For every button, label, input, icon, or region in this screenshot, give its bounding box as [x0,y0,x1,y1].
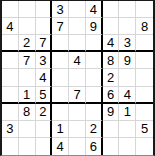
cell-r2c6[interactable]: 9 [86,18,103,35]
cell-r2c2[interactable] [19,18,36,35]
cell-r9c7[interactable] [103,138,120,155]
cell-r4c5[interactable]: 4 [69,52,86,69]
cell-r9c6[interactable]: 6 [86,138,103,155]
cell-r3c5[interactable] [69,35,86,52]
cell-r5c1[interactable] [2,69,19,86]
cell-r1c8[interactable] [119,1,136,18]
cell-r7c6[interactable] [86,104,103,121]
cell-r9c2[interactable] [19,138,36,155]
cell-r9c4[interactable]: 4 [52,138,69,155]
cell-r3c2[interactable]: 2 [19,35,36,52]
cell-r9c3[interactable] [36,138,53,155]
cell-r2c9[interactable]: 8 [136,18,153,35]
cell-r6c2[interactable]: 1 [19,87,36,104]
cell-r2c8[interactable] [119,18,136,35]
cell-r2c1[interactable]: 4 [2,18,19,35]
cell-r9c9[interactable] [136,138,153,155]
cell-r7c8[interactable]: 1 [119,104,136,121]
cell-r3c4[interactable] [52,35,69,52]
cell-r6c6[interactable] [86,87,103,104]
cell-r7c2[interactable]: 8 [19,104,36,121]
cell-r3c7[interactable]: 4 [103,35,120,52]
cell-r1c1[interactable] [2,1,19,18]
cell-r6c1[interactable] [2,87,19,104]
cell-r4c9[interactable] [136,52,153,69]
cell-r3c9[interactable] [136,35,153,52]
cell-r2c7[interactable] [103,18,120,35]
cell-r6c4[interactable] [52,87,69,104]
cell-r4c1[interactable] [2,52,19,69]
cell-r7c1[interactable] [2,104,19,121]
cell-r1c3[interactable] [36,1,53,18]
cell-r9c8[interactable] [119,138,136,155]
cell-r3c3[interactable]: 7 [36,35,53,52]
cell-r8c2[interactable] [19,121,36,138]
cell-r6c8[interactable]: 4 [119,87,136,104]
cell-r8c3[interactable] [36,121,53,138]
cell-r3c8[interactable]: 3 [119,35,136,52]
cell-r5c3[interactable]: 4 [36,69,53,86]
cell-r8c8[interactable] [119,121,136,138]
cell-r2c4[interactable]: 7 [52,18,69,35]
cell-r2c3[interactable] [36,18,53,35]
cell-r6c9[interactable] [136,87,153,104]
cell-r6c5[interactable]: 7 [69,87,86,104]
cell-r6c7[interactable]: 6 [103,87,120,104]
sudoku-board: 34479827437348942157648291312546 [0,0,155,156]
cell-r5c9[interactable] [136,69,153,86]
cell-r1c5[interactable] [69,1,86,18]
cell-r5c5[interactable] [69,69,86,86]
cell-r8c9[interactable]: 5 [136,121,153,138]
cell-r6c3[interactable]: 5 [36,87,53,104]
cell-r7c5[interactable] [69,104,86,121]
cell-r1c7[interactable] [103,1,120,18]
cell-r5c2[interactable] [19,69,36,86]
cell-r7c3[interactable]: 2 [36,104,53,121]
cell-r5c4[interactable] [52,69,69,86]
cell-r1c9[interactable] [136,1,153,18]
cell-r9c5[interactable] [69,138,86,155]
cell-r7c7[interactable]: 9 [103,104,120,121]
cell-r7c4[interactable] [52,104,69,121]
cell-r4c6[interactable] [86,52,103,69]
cell-r8c5[interactable] [69,121,86,138]
cell-r8c6[interactable]: 2 [86,121,103,138]
cell-r4c2[interactable]: 7 [19,52,36,69]
cell-r8c1[interactable]: 3 [2,121,19,138]
cell-r5c7[interactable]: 2 [103,69,120,86]
cell-r5c6[interactable] [86,69,103,86]
cell-r4c3[interactable]: 3 [36,52,53,69]
cell-r5c8[interactable] [119,69,136,86]
cell-r4c4[interactable] [52,52,69,69]
cell-r8c7[interactable] [103,121,120,138]
cell-r2c5[interactable] [69,18,86,35]
cell-r4c8[interactable]: 9 [119,52,136,69]
cell-r1c6[interactable]: 4 [86,1,103,18]
cell-r7c9[interactable] [136,104,153,121]
cell-r9c1[interactable] [2,138,19,155]
cell-r3c6[interactable] [86,35,103,52]
cell-r3c1[interactable] [2,35,19,52]
cell-r1c4[interactable]: 3 [52,1,69,18]
cell-r1c2[interactable] [19,1,36,18]
cell-r4c7[interactable]: 8 [103,52,120,69]
cell-r8c4[interactable]: 1 [52,121,69,138]
